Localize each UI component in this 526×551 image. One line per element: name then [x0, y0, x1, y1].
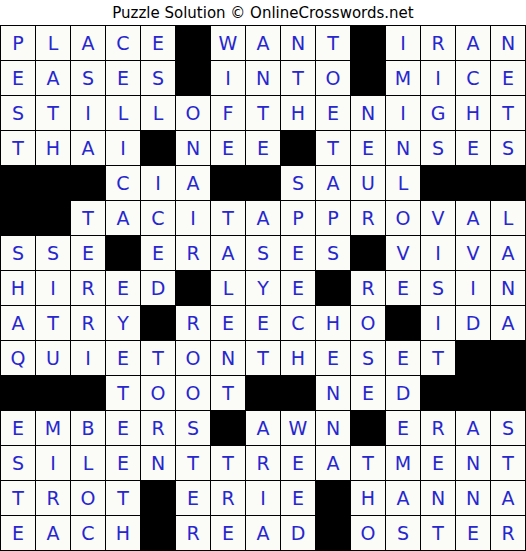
letter-cell-r1c9: N	[281, 26, 316, 61]
letter-cell-r12c12: E	[386, 411, 421, 446]
letter-cell-r14c1: T	[1, 481, 36, 516]
black-cell-r5c7	[211, 166, 246, 201]
black-cell-r10c15	[491, 341, 526, 376]
letter-cell-r6c7: T	[211, 201, 246, 236]
letter-cell-r4c4: I	[106, 131, 141, 166]
black-cell-r11c15	[491, 376, 526, 411]
letter-cell-r14c6: E	[176, 481, 211, 516]
letter-cell-r2c3: S	[71, 61, 106, 96]
letter-cell-r10c4: E	[106, 341, 141, 376]
black-cell-r11c8	[246, 376, 281, 411]
letter-cell-r8c13: S	[421, 271, 456, 306]
letter-cell-r3c12: I	[386, 96, 421, 131]
letter-cell-r3c14: H	[456, 96, 491, 131]
letter-cell-r7c12: V	[386, 236, 421, 271]
letter-cell-r13c10: A	[316, 446, 351, 481]
letter-cell-r8c2: I	[36, 271, 71, 306]
letter-cell-r3c5: L	[141, 96, 176, 131]
letter-cell-r4c1: T	[1, 131, 36, 166]
letter-cell-r5c10: A	[316, 166, 351, 201]
letter-cell-r9c4: Y	[106, 306, 141, 341]
letter-cell-r10c3: I	[71, 341, 106, 376]
letter-cell-r6c6: I	[176, 201, 211, 236]
letter-cell-r2c15: E	[491, 61, 526, 96]
letter-cell-r8c4: E	[106, 271, 141, 306]
letter-cell-r11c11: E	[351, 376, 386, 411]
letter-cell-r10c6: O	[176, 341, 211, 376]
black-cell-r5c3	[71, 166, 106, 201]
letter-cell-r14c3: O	[71, 481, 106, 516]
letter-cell-r3c8: T	[246, 96, 281, 131]
letter-cell-r2c10: O	[316, 61, 351, 96]
letter-cell-r9c13: I	[421, 306, 456, 341]
black-cell-r5c15	[491, 166, 526, 201]
letter-cell-r9c14: D	[456, 306, 491, 341]
letter-cell-r12c10: N	[316, 411, 351, 446]
letter-cell-r4c2: H	[36, 131, 71, 166]
letter-cell-r13c13: E	[421, 446, 456, 481]
black-cell-r9c5	[141, 306, 176, 341]
black-cell-r11c13	[421, 376, 456, 411]
letter-cell-r2c13: I	[421, 61, 456, 96]
letter-cell-r15c7: E	[211, 516, 246, 551]
black-cell-r2c6	[176, 61, 211, 96]
letter-cell-r13c7: T	[211, 446, 246, 481]
black-cell-r4c9	[281, 131, 316, 166]
letter-cell-r11c5: O	[141, 376, 176, 411]
letter-cell-r9c2: T	[36, 306, 71, 341]
letter-cell-r2c7: I	[211, 61, 246, 96]
letter-cell-r13c4: E	[106, 446, 141, 481]
letter-cell-r12c9: W	[281, 411, 316, 446]
letter-cell-r7c15: A	[491, 236, 526, 271]
letter-cell-r9c7: E	[211, 306, 246, 341]
letter-cell-r2c9: T	[281, 61, 316, 96]
black-cell-r1c6	[176, 26, 211, 61]
letter-cell-r3c4: L	[106, 96, 141, 131]
letter-cell-r3c6: O	[176, 96, 211, 131]
letter-cell-r15c13: T	[421, 516, 456, 551]
letter-cell-r2c12: M	[386, 61, 421, 96]
letter-cell-r4c15: S	[491, 131, 526, 166]
letter-cell-r11c7: T	[211, 376, 246, 411]
black-cell-r14c10	[316, 481, 351, 516]
letter-cell-r5c9: S	[281, 166, 316, 201]
letter-cell-r10c10: E	[316, 341, 351, 376]
black-cell-r6c1	[1, 201, 36, 236]
letter-cell-r10c1: Q	[1, 341, 36, 376]
letter-cell-r8c1: H	[1, 271, 36, 306]
letter-cell-r4c8: E	[246, 131, 281, 166]
black-cell-r2c11	[351, 61, 386, 96]
black-cell-r15c5	[141, 516, 176, 551]
letter-cell-r12c4: E	[106, 411, 141, 446]
letter-cell-r8c9: E	[281, 271, 316, 306]
letter-cell-r3c2: T	[36, 96, 71, 131]
letter-cell-r4c12: N	[386, 131, 421, 166]
letter-cell-r12c14: A	[456, 411, 491, 446]
black-cell-r5c13	[421, 166, 456, 201]
black-cell-r9c12	[386, 306, 421, 341]
letter-cell-r12c13: R	[421, 411, 456, 446]
letter-cell-r9c9: C	[281, 306, 316, 341]
letter-cell-r10c9: H	[281, 341, 316, 376]
letter-cell-r2c5: S	[141, 61, 176, 96]
letter-cell-r4c13: S	[421, 131, 456, 166]
letter-cell-r6c4: A	[106, 201, 141, 236]
letter-cell-r6c12: O	[386, 201, 421, 236]
crossword-grid: PLACEWANTIRANEASESINTOMICESTILLOFTHENIGH…	[0, 25, 526, 551]
letter-cell-r6c13: V	[421, 201, 456, 236]
letter-cell-r12c2: M	[36, 411, 71, 446]
letter-cell-r1c7: W	[211, 26, 246, 61]
letter-cell-r13c9: E	[281, 446, 316, 481]
letter-cell-r12c15: S	[491, 411, 526, 446]
letter-cell-r14c8: I	[246, 481, 281, 516]
letter-cell-r6c14: A	[456, 201, 491, 236]
letter-cell-r14c11: H	[351, 481, 386, 516]
letter-cell-r7c6: R	[176, 236, 211, 271]
black-cell-r14c5	[141, 481, 176, 516]
letter-cell-r1c15: N	[491, 26, 526, 61]
letter-cell-r15c15: R	[491, 516, 526, 551]
letter-cell-r12c1: E	[1, 411, 36, 446]
black-cell-r12c7	[211, 411, 246, 446]
letter-cell-r8c7: L	[211, 271, 246, 306]
letter-cell-r15c6: R	[176, 516, 211, 551]
black-cell-r11c1	[1, 376, 36, 411]
letter-cell-r7c13: I	[421, 236, 456, 271]
black-cell-r6c2	[36, 201, 71, 236]
letter-cell-r2c2: A	[36, 61, 71, 96]
letter-cell-r9c11: O	[351, 306, 386, 341]
letter-cell-r10c13: T	[421, 341, 456, 376]
letter-cell-r6c3: T	[71, 201, 106, 236]
black-cell-r4c5	[141, 131, 176, 166]
letter-cell-r6c5: C	[141, 201, 176, 236]
letter-cell-r7c7: A	[211, 236, 246, 271]
letter-cell-r6c8: A	[246, 201, 281, 236]
letter-cell-r8c14: I	[456, 271, 491, 306]
letter-cell-r14c9: E	[281, 481, 316, 516]
letter-cell-r15c9: D	[281, 516, 316, 551]
letter-cell-r3c3: I	[71, 96, 106, 131]
letter-cell-r6c11: R	[351, 201, 386, 236]
letter-cell-r10c2: U	[36, 341, 71, 376]
letter-cell-r1c4: C	[106, 26, 141, 61]
letter-cell-r15c1: E	[1, 516, 36, 551]
black-cell-r11c14	[456, 376, 491, 411]
letter-cell-r6c15: L	[491, 201, 526, 236]
letter-cell-r8c12: E	[386, 271, 421, 306]
letter-cell-r2c14: C	[456, 61, 491, 96]
black-cell-r5c2	[36, 166, 71, 201]
letter-cell-r11c6: O	[176, 376, 211, 411]
letter-cell-r15c12: S	[386, 516, 421, 551]
letter-cell-r10c8: T	[246, 341, 281, 376]
black-cell-r8c6	[176, 271, 211, 306]
letter-cell-r10c7: N	[211, 341, 246, 376]
letter-cell-r14c15: A	[491, 481, 526, 516]
letter-cell-r15c2: A	[36, 516, 71, 551]
letter-cell-r2c8: N	[246, 61, 281, 96]
letter-cell-r9c10: H	[316, 306, 351, 341]
letter-cell-r4c14: E	[456, 131, 491, 166]
black-cell-r5c14	[456, 166, 491, 201]
letter-cell-r8c5: D	[141, 271, 176, 306]
letter-cell-r4c6: N	[176, 131, 211, 166]
letter-cell-r11c4: T	[106, 376, 141, 411]
letter-cell-r4c11: E	[351, 131, 386, 166]
letter-cell-r13c1: S	[1, 446, 36, 481]
letter-cell-r15c3: C	[71, 516, 106, 551]
letter-cell-r15c14: E	[456, 516, 491, 551]
letter-cell-r1c13: R	[421, 26, 456, 61]
letter-cell-r7c8: S	[246, 236, 281, 271]
letter-cell-r3c1: S	[1, 96, 36, 131]
letter-cell-r9c15: A	[491, 306, 526, 341]
letter-cell-r13c5: N	[141, 446, 176, 481]
letter-cell-r3c13: G	[421, 96, 456, 131]
letter-cell-r6c9: P	[281, 201, 316, 236]
letter-cell-r10c12: E	[386, 341, 421, 376]
letter-cell-r4c3: A	[71, 131, 106, 166]
black-cell-r7c4	[106, 236, 141, 271]
black-cell-r11c9	[281, 376, 316, 411]
page-title: Puzzle Solution © OnlineCrosswords.net	[0, 0, 526, 25]
letter-cell-r6c10: P	[316, 201, 351, 236]
letter-cell-r14c7: R	[211, 481, 246, 516]
letter-cell-r13c15: T	[491, 446, 526, 481]
letter-cell-r10c5: T	[141, 341, 176, 376]
letter-cell-r4c10: T	[316, 131, 351, 166]
black-cell-r11c2	[36, 376, 71, 411]
letter-cell-r7c2: S	[36, 236, 71, 271]
letter-cell-r7c5: E	[141, 236, 176, 271]
letter-cell-r1c2: L	[36, 26, 71, 61]
letter-cell-r5c12: L	[386, 166, 421, 201]
letter-cell-r9c8: E	[246, 306, 281, 341]
letter-cell-r12c5: R	[141, 411, 176, 446]
letter-cell-r3c10: E	[316, 96, 351, 131]
letter-cell-r7c14: V	[456, 236, 491, 271]
letter-cell-r8c15: N	[491, 271, 526, 306]
letter-cell-r7c9: E	[281, 236, 316, 271]
letter-cell-r13c12: M	[386, 446, 421, 481]
letter-cell-r12c8: A	[246, 411, 281, 446]
letter-cell-r15c8: A	[246, 516, 281, 551]
black-cell-r12c11	[351, 411, 386, 446]
black-cell-r8c10	[316, 271, 351, 306]
letter-cell-r1c12: I	[386, 26, 421, 61]
black-cell-r1c11	[351, 26, 386, 61]
letter-cell-r15c11: O	[351, 516, 386, 551]
crossword-solution-page: Puzzle Solution © OnlineCrosswords.net P…	[0, 0, 526, 551]
letter-cell-r14c4: T	[106, 481, 141, 516]
letter-cell-r13c14: N	[456, 446, 491, 481]
letter-cell-r13c3: L	[71, 446, 106, 481]
letter-cell-r10c11: S	[351, 341, 386, 376]
letter-cell-r1c10: T	[316, 26, 351, 61]
letter-cell-r7c10: S	[316, 236, 351, 271]
letter-cell-r7c1: S	[1, 236, 36, 271]
letter-cell-r8c11: R	[351, 271, 386, 306]
black-cell-r7c11	[351, 236, 386, 271]
letter-cell-r13c2: I	[36, 446, 71, 481]
black-cell-r15c10	[316, 516, 351, 551]
letter-cell-r5c4: C	[106, 166, 141, 201]
black-cell-r11c3	[71, 376, 106, 411]
letter-cell-r14c12: A	[386, 481, 421, 516]
letter-cell-r8c3: R	[71, 271, 106, 306]
letter-cell-r14c13: N	[421, 481, 456, 516]
letter-cell-r1c1: P	[1, 26, 36, 61]
letter-cell-r15c4: H	[106, 516, 141, 551]
letter-cell-r5c5: I	[141, 166, 176, 201]
letter-cell-r14c14: N	[456, 481, 491, 516]
letter-cell-r1c3: A	[71, 26, 106, 61]
letter-cell-r12c6: S	[176, 411, 211, 446]
letter-cell-r8c8: Y	[246, 271, 281, 306]
letter-cell-r3c15: T	[491, 96, 526, 131]
letter-cell-r13c8: R	[246, 446, 281, 481]
letter-cell-r3c11: N	[351, 96, 386, 131]
black-cell-r5c8	[246, 166, 281, 201]
black-cell-r5c1	[1, 166, 36, 201]
letter-cell-r1c8: A	[246, 26, 281, 61]
letter-cell-r5c6: A	[176, 166, 211, 201]
letter-cell-r14c2: R	[36, 481, 71, 516]
letter-cell-r11c12: D	[386, 376, 421, 411]
letter-cell-r5c11: U	[351, 166, 386, 201]
letter-cell-r1c14: A	[456, 26, 491, 61]
letter-cell-r3c9: H	[281, 96, 316, 131]
letter-cell-r9c6: R	[176, 306, 211, 341]
letter-cell-r13c11: T	[351, 446, 386, 481]
black-cell-r10c14	[456, 341, 491, 376]
letter-cell-r4c7: E	[211, 131, 246, 166]
letter-cell-r9c3: R	[71, 306, 106, 341]
letter-cell-r11c10: N	[316, 376, 351, 411]
letter-cell-r2c4: E	[106, 61, 141, 96]
letter-cell-r7c3: E	[71, 236, 106, 271]
letter-cell-r2c1: E	[1, 61, 36, 96]
letter-cell-r12c3: B	[71, 411, 106, 446]
letter-cell-r3c7: F	[211, 96, 246, 131]
letter-cell-r1c5: E	[141, 26, 176, 61]
letter-cell-r13c6: T	[176, 446, 211, 481]
letter-cell-r9c1: A	[1, 306, 36, 341]
